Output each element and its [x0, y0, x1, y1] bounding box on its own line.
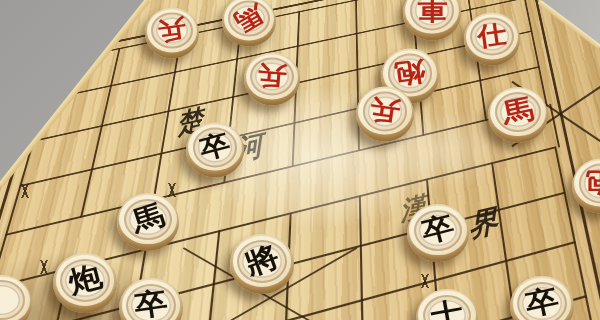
piece-character: 兵	[156, 15, 187, 43]
piece-disc	[0, 275, 32, 320]
piece-disc: 卒	[407, 204, 469, 262]
piece-face: 卒	[409, 206, 466, 255]
piece-face: 馬	[119, 195, 176, 244]
piece-face: 將	[233, 236, 292, 287]
piece-red-horse[interactable]: 馬	[222, 0, 276, 47]
piece-face	[0, 277, 30, 320]
piece-red-soldier[interactable]: 兵	[356, 87, 414, 142]
piece-disc: 炮	[572, 159, 600, 214]
piece-character: 卒	[419, 211, 457, 246]
piece-character: 馬	[500, 94, 536, 127]
piece-character: 卒	[133, 287, 170, 320]
piece-character: 炮	[65, 260, 104, 297]
piece-disc: 兵	[356, 87, 414, 142]
piece-black-cannon[interactable]: 炮	[53, 253, 117, 313]
piece-character: 士	[429, 297, 465, 320]
piece-character: 兵	[256, 61, 287, 89]
piece-character: 炮	[393, 57, 426, 87]
piece-black-horse[interactable]: 馬	[117, 193, 179, 251]
piece-face: 仕	[466, 14, 518, 59]
piece-face: 馬	[490, 89, 545, 137]
piece-face: 車	[405, 0, 458, 34]
piece-face: 士	[418, 291, 475, 320]
piece-black-soldier[interactable]: 卒	[510, 276, 574, 320]
piece-red-soldier[interactable]: 兵	[145, 8, 199, 59]
piece-disc: 士	[416, 289, 478, 320]
board-photo: 楚河漢界 馬 兵 車 仕 炮 兵 兵	[0, 0, 600, 320]
piece-disc: 馬	[222, 0, 276, 47]
piece-black-soldier[interactable]: 卒	[119, 278, 183, 320]
piece-face: 炮	[56, 255, 115, 306]
piece-disc: 馬	[117, 193, 179, 251]
point-marker	[417, 274, 433, 288]
piece-face: 馬	[224, 0, 274, 40]
piece-character: 炮	[586, 169, 600, 195]
piece-character: 兵	[368, 95, 401, 125]
piece-red-advisor[interactable]: 仕	[464, 13, 520, 66]
piece-red-horse[interactable]: 馬	[488, 87, 548, 143]
piece-black-general[interactable]: 將	[230, 234, 294, 294]
piece-red-chariot[interactable]: 車	[403, 0, 461, 41]
piece-disc: 卒	[186, 123, 244, 178]
piece-face: 卒	[122, 280, 181, 320]
piece-disc: 車	[403, 0, 461, 41]
piece-disc: 將	[230, 234, 294, 294]
piece-face: 炮	[574, 160, 600, 207]
piece-character: 卒	[523, 284, 561, 319]
piece-disc: 仕	[464, 13, 520, 66]
piece-black-soldier[interactable]: 卒	[407, 204, 469, 262]
piece-edge-piece[interactable]	[0, 275, 32, 320]
piece-black-advisor[interactable]: 士	[416, 289, 478, 320]
piece-character: 仕	[476, 21, 508, 50]
piece-face: 卒	[188, 124, 241, 171]
piece-red-soldier[interactable]: 兵	[244, 53, 300, 106]
piece-character: 卒	[197, 129, 233, 162]
piece-disc: 馬	[488, 87, 548, 143]
piece-groove-ring	[0, 280, 25, 320]
piece-disc: 卒	[119, 278, 183, 320]
point-marker	[36, 260, 52, 274]
piece-red-cannon[interactable]: 炮	[572, 159, 600, 214]
point-marker	[17, 184, 33, 198]
river-calligraphy-char: 界	[467, 200, 500, 248]
piece-disc: 兵	[145, 8, 199, 59]
piece-character: 車	[417, 0, 447, 22]
piece-disc: 兵	[244, 53, 300, 106]
piece-disc: 卒	[510, 276, 574, 320]
piece-face: 卒	[513, 278, 572, 320]
piece-disc: 炮	[53, 253, 117, 313]
piece-face: 兵	[246, 54, 298, 99]
piece-black-soldier[interactable]: 卒	[186, 123, 244, 178]
piece-face: 兵	[358, 88, 411, 135]
piece-face: 兵	[147, 9, 197, 52]
